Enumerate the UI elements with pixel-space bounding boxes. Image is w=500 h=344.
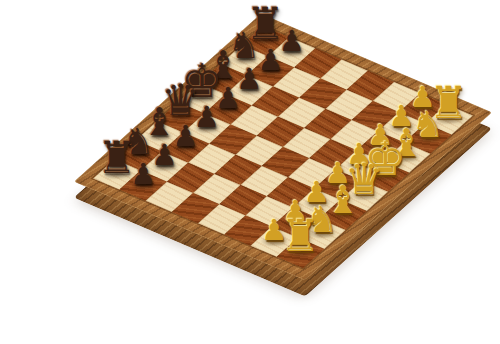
product-photo: ♜♞♝♛♚♝♞♜♟♟♟♟♟♟♟♟♟♟♟♟♟♟♟♟♜♞♝♛♚♝♞♜	[0, 0, 500, 344]
chess-board: ♜♞♝♛♚♝♞♜♟♟♟♟♟♟♟♟♟♟♟♟♟♟♟♟♜♞♝♛♚♝♞♜	[74, 13, 493, 280]
square-a1: ♜	[277, 238, 324, 268]
black-pawn-icon: ♟	[130, 160, 156, 189]
white-rook-icon: ♜	[281, 214, 320, 258]
